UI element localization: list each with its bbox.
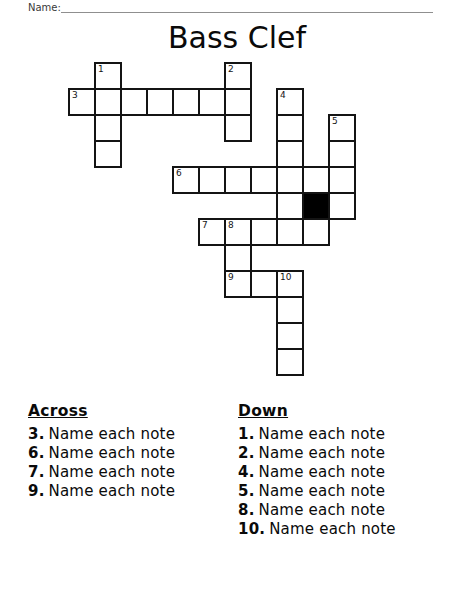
clue-item: 2.Name each note bbox=[238, 444, 396, 463]
grid-cell[interactable]: 8 bbox=[224, 218, 252, 246]
clue-number: 3 bbox=[72, 90, 78, 100]
across-header: Across bbox=[28, 402, 175, 420]
clue-number-label: 5. bbox=[238, 482, 255, 500]
crossword-grid: 12345678910 bbox=[68, 62, 358, 378]
grid-cell[interactable] bbox=[250, 166, 278, 194]
grid-cell[interactable] bbox=[198, 166, 226, 194]
across-clues: Across 3.Name each note6.Name each note7… bbox=[28, 402, 175, 501]
grid-cell[interactable] bbox=[276, 192, 304, 220]
clue-number: 2 bbox=[228, 64, 234, 74]
grid-cell[interactable] bbox=[276, 166, 304, 194]
clue-item: 1.Name each note bbox=[238, 425, 396, 444]
grid-cell[interactable] bbox=[94, 114, 122, 142]
grid-cell[interactable]: 4 bbox=[276, 88, 304, 116]
clue-number-label: 4. bbox=[238, 463, 255, 481]
name-blank-line[interactable] bbox=[61, 12, 433, 13]
clues-section: Across 3.Name each note6.Name each note7… bbox=[0, 402, 474, 562]
grid-cell[interactable] bbox=[250, 218, 278, 246]
grid-cell[interactable]: 5 bbox=[328, 114, 356, 142]
grid-cell[interactable]: 7 bbox=[198, 218, 226, 246]
grid-cell[interactable] bbox=[94, 140, 122, 168]
grid-cell[interactable] bbox=[146, 88, 174, 116]
clue-number-label: 9. bbox=[28, 482, 45, 500]
grid-cell[interactable] bbox=[302, 218, 330, 246]
clue-number-label: 3. bbox=[28, 425, 45, 443]
grid-cell[interactable]: 6 bbox=[172, 166, 200, 194]
grid-cell[interactable] bbox=[302, 166, 330, 194]
grid-cell[interactable] bbox=[328, 192, 356, 220]
grid-cell[interactable]: 10 bbox=[276, 270, 304, 298]
clue-item: 10.Name each note bbox=[238, 520, 396, 539]
grid-cell[interactable] bbox=[328, 140, 356, 168]
clue-item: 9.Name each note bbox=[28, 482, 175, 501]
clue-number: 9 bbox=[228, 272, 234, 282]
across-clue-list: 3.Name each note6.Name each note7.Name e… bbox=[28, 425, 175, 501]
grid-cell[interactable] bbox=[328, 166, 356, 194]
clue-item: 6.Name each note bbox=[28, 444, 175, 463]
grid-cell[interactable] bbox=[224, 244, 252, 272]
clue-number: 8 bbox=[228, 220, 234, 230]
grid-cell[interactable] bbox=[276, 114, 304, 142]
down-clue-list: 1.Name each note2.Name each note4.Name e… bbox=[238, 425, 396, 539]
clue-number-label: 1. bbox=[238, 425, 255, 443]
clue-number-label: 10. bbox=[238, 520, 265, 538]
clue-number-label: 6. bbox=[28, 444, 45, 462]
grid-cell[interactable] bbox=[94, 88, 122, 116]
clue-number: 1 bbox=[98, 64, 104, 74]
grid-cell[interactable] bbox=[276, 322, 304, 350]
clue-item: 3.Name each note bbox=[28, 425, 175, 444]
clue-number: 7 bbox=[202, 220, 208, 230]
clue-number: 6 bbox=[176, 168, 182, 178]
puzzle-title: Bass Clef bbox=[0, 20, 474, 55]
clue-number-label: 2. bbox=[238, 444, 255, 462]
down-header: Down bbox=[238, 402, 396, 420]
grid-cell[interactable]: 3 bbox=[68, 88, 96, 116]
clue-item: 7.Name each note bbox=[28, 463, 175, 482]
black-cell bbox=[302, 192, 330, 220]
clue-item: 8.Name each note bbox=[238, 501, 396, 520]
crossword-worksheet-page: Name: Bass Clef 12345678910 Across 3.Nam… bbox=[0, 0, 474, 613]
grid-cell[interactable]: 2 bbox=[224, 62, 252, 90]
grid-cell[interactable] bbox=[198, 88, 226, 116]
grid-cell[interactable] bbox=[276, 348, 304, 376]
grid-cell[interactable] bbox=[172, 88, 200, 116]
grid-cell[interactable] bbox=[276, 296, 304, 324]
grid-cell[interactable]: 1 bbox=[94, 62, 122, 90]
grid-cell[interactable]: 9 bbox=[224, 270, 252, 298]
clue-item: 4.Name each note bbox=[238, 463, 396, 482]
grid-cell[interactable] bbox=[224, 114, 252, 142]
name-label: Name: bbox=[28, 2, 61, 13]
clue-number-label: 7. bbox=[28, 463, 45, 481]
clue-number: 4 bbox=[280, 90, 286, 100]
clue-number: 10 bbox=[280, 272, 291, 282]
grid-cell[interactable] bbox=[250, 270, 278, 298]
clue-number: 5 bbox=[332, 116, 338, 126]
grid-cell[interactable] bbox=[224, 166, 252, 194]
clue-item: 5.Name each note bbox=[238, 482, 396, 501]
down-clues: Down 1.Name each note2.Name each note4.N… bbox=[238, 402, 396, 539]
clue-number-label: 8. bbox=[238, 501, 255, 519]
grid-cell[interactable] bbox=[120, 88, 148, 116]
grid-cell[interactable] bbox=[224, 88, 252, 116]
grid-cell[interactable] bbox=[276, 140, 304, 168]
grid-cell[interactable] bbox=[276, 218, 304, 246]
